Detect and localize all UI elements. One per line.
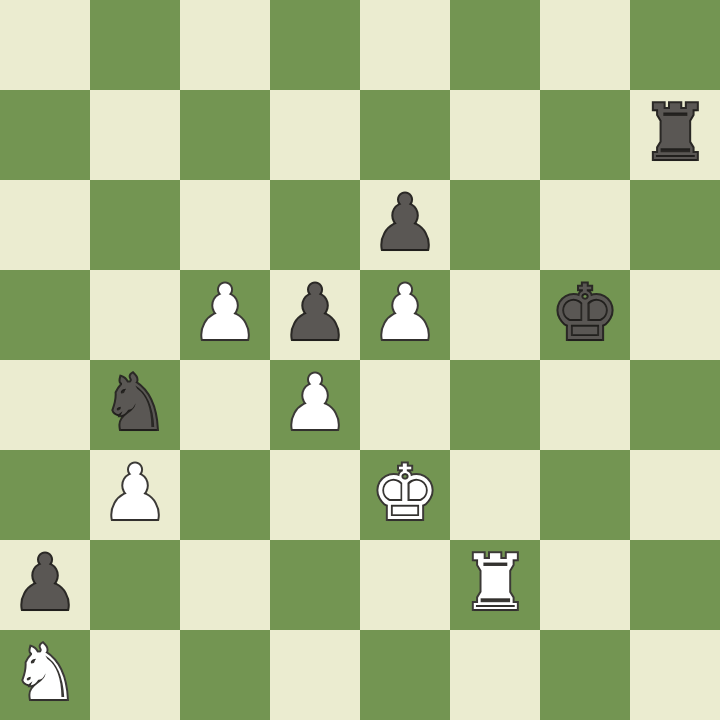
square-f1[interactable] [450, 630, 540, 720]
square-d2[interactable] [270, 540, 360, 630]
square-b1[interactable] [90, 630, 180, 720]
square-b4[interactable]: ♞ [90, 360, 180, 450]
white-pawn[interactable]: ♟ [281, 358, 349, 448]
black-pawn[interactable]: ♟ [11, 538, 79, 628]
square-b3[interactable]: ♟ [90, 450, 180, 540]
square-a4[interactable] [0, 360, 90, 450]
black-king[interactable]: ♚ [551, 268, 619, 358]
square-e7[interactable] [360, 90, 450, 180]
square-d5[interactable]: ♟ [270, 270, 360, 360]
square-h5[interactable] [630, 270, 720, 360]
square-b6[interactable] [90, 180, 180, 270]
white-rook[interactable]: ♜ [461, 538, 529, 628]
white-knight[interactable]: ♞ [11, 628, 79, 718]
square-e2[interactable] [360, 540, 450, 630]
square-c1[interactable] [180, 630, 270, 720]
white-pawn[interactable]: ♟ [371, 268, 439, 358]
square-a7[interactable] [0, 90, 90, 180]
square-g5[interactable]: ♚ [540, 270, 630, 360]
square-f5[interactable] [450, 270, 540, 360]
black-pawn[interactable]: ♟ [281, 268, 349, 358]
square-d8[interactable] [270, 0, 360, 90]
square-d3[interactable] [270, 450, 360, 540]
square-g3[interactable] [540, 450, 630, 540]
white-pawn[interactable]: ♟ [101, 448, 169, 538]
square-d6[interactable] [270, 180, 360, 270]
black-rook[interactable]: ♜ [641, 88, 709, 178]
square-g2[interactable] [540, 540, 630, 630]
square-h7[interactable]: ♜ [630, 90, 720, 180]
square-h8[interactable] [630, 0, 720, 90]
black-knight[interactable]: ♞ [101, 358, 169, 448]
square-h4[interactable] [630, 360, 720, 450]
square-e3[interactable]: ♚ [360, 450, 450, 540]
square-h3[interactable] [630, 450, 720, 540]
square-f7[interactable] [450, 90, 540, 180]
square-g6[interactable] [540, 180, 630, 270]
black-pawn[interactable]: ♟ [371, 178, 439, 268]
square-f4[interactable] [450, 360, 540, 450]
square-b8[interactable] [90, 0, 180, 90]
square-d1[interactable] [270, 630, 360, 720]
square-c6[interactable] [180, 180, 270, 270]
square-c4[interactable] [180, 360, 270, 450]
square-g1[interactable] [540, 630, 630, 720]
square-b5[interactable] [90, 270, 180, 360]
square-e8[interactable] [360, 0, 450, 90]
square-f6[interactable] [450, 180, 540, 270]
square-e6[interactable]: ♟ [360, 180, 450, 270]
square-c5[interactable]: ♟ [180, 270, 270, 360]
square-e1[interactable] [360, 630, 450, 720]
square-f2[interactable]: ♜ [450, 540, 540, 630]
square-h2[interactable] [630, 540, 720, 630]
white-king[interactable]: ♚ [371, 448, 439, 538]
square-a1[interactable]: ♞ [0, 630, 90, 720]
square-f8[interactable] [450, 0, 540, 90]
square-f3[interactable] [450, 450, 540, 540]
square-e5[interactable]: ♟ [360, 270, 450, 360]
square-g8[interactable] [540, 0, 630, 90]
square-h1[interactable] [630, 630, 720, 720]
square-e4[interactable] [360, 360, 450, 450]
square-a2[interactable]: ♟ [0, 540, 90, 630]
square-c7[interactable] [180, 90, 270, 180]
square-a6[interactable] [0, 180, 90, 270]
square-b2[interactable] [90, 540, 180, 630]
square-a5[interactable] [0, 270, 90, 360]
square-g7[interactable] [540, 90, 630, 180]
square-h6[interactable] [630, 180, 720, 270]
chess-board: ♜♟♟♟♟♚♞♟♟♚♟♜♞ [0, 0, 720, 720]
square-c3[interactable] [180, 450, 270, 540]
square-a8[interactable] [0, 0, 90, 90]
square-d4[interactable]: ♟ [270, 360, 360, 450]
square-c2[interactable] [180, 540, 270, 630]
square-g4[interactable] [540, 360, 630, 450]
square-a3[interactable] [0, 450, 90, 540]
square-b7[interactable] [90, 90, 180, 180]
square-c8[interactable] [180, 0, 270, 90]
white-pawn[interactable]: ♟ [191, 268, 259, 358]
square-d7[interactable] [270, 90, 360, 180]
